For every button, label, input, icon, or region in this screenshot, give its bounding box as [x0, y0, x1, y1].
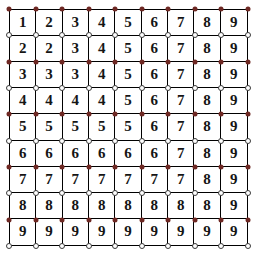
grid-cell-r8c6: 8 — [142, 193, 168, 219]
grid-cell-r3c7: 7 — [168, 62, 194, 88]
grid-cell-r5c1: 5 — [10, 114, 36, 140]
grid-cells: 1234567892234567893334567894444567895555… — [9, 9, 248, 246]
grid-cell-r4c6: 6 — [142, 88, 168, 114]
grid-cell-r5c2: 5 — [36, 114, 62, 140]
grid-cell-r2c1: 2 — [10, 36, 36, 62]
grid-cell-r5c8: 8 — [194, 114, 220, 140]
grid-cell-r4c4: 4 — [89, 88, 115, 114]
grid-cell-r5c6: 6 — [142, 114, 168, 140]
grid-cell-r6c3: 6 — [63, 141, 89, 167]
grid-cell-r2c4: 4 — [89, 36, 115, 62]
grid-cell-r9c3: 9 — [63, 219, 89, 245]
grid-cell-r1c5: 5 — [115, 10, 141, 36]
grid-cell-r6c7: 7 — [168, 141, 194, 167]
grid-cell-r7c2: 7 — [36, 167, 62, 193]
grid-cell-r9c4: 9 — [89, 219, 115, 245]
grid-cell-r5c9: 9 — [221, 114, 247, 140]
grid-cell-r1c9: 9 — [221, 10, 247, 36]
grid-cell-r6c2: 6 — [36, 141, 62, 167]
grid-cell-r5c3: 5 — [63, 114, 89, 140]
grid-cell-r2c8: 8 — [194, 36, 220, 62]
grid-cell-r4c2: 4 — [36, 88, 62, 114]
grid-cell-r8c2: 8 — [36, 193, 62, 219]
number-grid-board: 1234567892234567893334567894444567895555… — [9, 9, 248, 246]
grid-cell-r6c1: 6 — [10, 141, 36, 167]
grid-cell-r7c3: 7 — [63, 167, 89, 193]
grid-cell-r7c5: 7 — [115, 167, 141, 193]
grid-cell-r9c6: 9 — [142, 219, 168, 245]
grid-cell-r3c3: 3 — [63, 62, 89, 88]
grid-cell-r1c8: 8 — [194, 10, 220, 36]
grid-cell-r3c2: 3 — [36, 62, 62, 88]
grid-cell-r2c3: 3 — [63, 36, 89, 62]
diagram-canvas: 1234567892234567893334567894444567895555… — [0, 0, 264, 258]
grid-cell-r3c6: 6 — [142, 62, 168, 88]
grid-cell-r1c1: 1 — [10, 10, 36, 36]
grid-cell-r7c4: 7 — [89, 167, 115, 193]
grid-cell-r4c3: 4 — [63, 88, 89, 114]
grid-cell-r9c9: 9 — [221, 219, 247, 245]
grid-cell-r2c2: 2 — [36, 36, 62, 62]
grid-cell-r9c5: 9 — [115, 219, 141, 245]
grid-cell-r4c5: 5 — [115, 88, 141, 114]
grid-cell-r1c3: 3 — [63, 10, 89, 36]
grid-cell-r3c9: 9 — [221, 62, 247, 88]
grid-cell-r3c5: 5 — [115, 62, 141, 88]
grid-cell-r4c8: 8 — [194, 88, 220, 114]
grid-cell-r8c8: 8 — [194, 193, 220, 219]
grid-cell-r4c9: 9 — [221, 88, 247, 114]
grid-cell-r1c2: 2 — [36, 10, 62, 36]
grid-cell-r7c8: 8 — [194, 167, 220, 193]
grid-cell-r6c9: 9 — [221, 141, 247, 167]
grid-cell-r9c1: 9 — [10, 219, 36, 245]
grid-cell-r1c4: 4 — [89, 10, 115, 36]
grid-cell-r6c8: 8 — [194, 141, 220, 167]
grid-cell-r8c1: 8 — [10, 193, 36, 219]
grid-cell-r4c7: 7 — [168, 88, 194, 114]
grid-cell-r4c1: 4 — [10, 88, 36, 114]
grid-cell-r5c4: 5 — [89, 114, 115, 140]
grid-cell-r2c5: 5 — [115, 36, 141, 62]
grid-cell-r8c7: 8 — [168, 193, 194, 219]
grid-cell-r5c5: 5 — [115, 114, 141, 140]
grid-cell-r8c9: 9 — [221, 193, 247, 219]
grid-cell-r9c8: 9 — [194, 219, 220, 245]
grid-cell-r2c6: 6 — [142, 36, 168, 62]
grid-cell-r7c1: 7 — [10, 167, 36, 193]
grid-cell-r6c6: 6 — [142, 141, 168, 167]
grid-cell-r8c3: 8 — [63, 193, 89, 219]
grid-cell-r9c7: 9 — [168, 219, 194, 245]
grid-cell-r8c5: 8 — [115, 193, 141, 219]
grid-cell-r3c8: 8 — [194, 62, 220, 88]
grid-cell-r2c7: 7 — [168, 36, 194, 62]
grid-cell-r5c7: 7 — [168, 114, 194, 140]
grid-cell-r3c4: 4 — [89, 62, 115, 88]
grid-cell-r9c2: 9 — [36, 219, 62, 245]
grid-cell-r1c6: 6 — [142, 10, 168, 36]
grid-cell-r3c1: 3 — [10, 62, 36, 88]
grid-cell-r7c7: 7 — [168, 167, 194, 193]
grid-cell-r7c6: 7 — [142, 167, 168, 193]
grid-cell-r8c4: 8 — [89, 193, 115, 219]
grid-cell-r6c5: 6 — [115, 141, 141, 167]
grid-cell-r6c4: 6 — [89, 141, 115, 167]
grid-cell-r1c7: 7 — [168, 10, 194, 36]
grid-cell-r7c9: 9 — [221, 167, 247, 193]
grid-cell-r2c9: 9 — [221, 36, 247, 62]
